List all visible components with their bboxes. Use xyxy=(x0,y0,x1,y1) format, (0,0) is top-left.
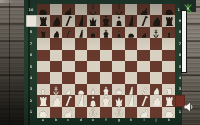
square-e8[interactable] xyxy=(87,27,100,38)
square-a5[interactable] xyxy=(37,61,50,72)
file-label-j: j xyxy=(153,118,159,121)
square-k7[interactable] xyxy=(162,38,175,49)
square-h8[interactable] xyxy=(125,27,138,38)
square-h9[interactable] xyxy=(125,15,138,26)
square-i7[interactable] xyxy=(137,38,150,49)
piece-black-knight[interactable] xyxy=(50,14,61,27)
file-label-f: f xyxy=(103,118,109,121)
piece-white-elephant[interactable] xyxy=(163,105,174,118)
square-f7[interactable] xyxy=(100,38,113,49)
square-b8[interactable] xyxy=(50,27,63,38)
file-label-c: c xyxy=(65,118,71,121)
square-c8[interactable] xyxy=(62,27,75,38)
tamerlane-board: 11233445566778891010abcdefghijk xyxy=(24,0,182,125)
piece-white-knight[interactable] xyxy=(151,94,162,107)
rank-label-right-1: 1 xyxy=(177,110,183,113)
piece-black-king[interactable] xyxy=(100,14,111,27)
square-f1[interactable] xyxy=(100,107,113,118)
square-g8[interactable] xyxy=(112,27,125,38)
square-f9[interactable] xyxy=(100,15,113,26)
piece-white-war-engine[interactable] xyxy=(113,105,124,118)
square-j1[interactable] xyxy=(150,107,163,118)
piece-black-picket[interactable] xyxy=(63,14,74,27)
rank-label-left-3: 3 xyxy=(28,88,34,91)
file-label-k: k xyxy=(166,118,172,121)
square-i5[interactable] xyxy=(137,61,150,72)
rank-label-left-8: 8 xyxy=(28,31,34,34)
square-j7[interactable] xyxy=(150,38,163,49)
square-i6[interactable] xyxy=(137,50,150,61)
square-h1[interactable] xyxy=(125,107,138,118)
screen-artifact xyxy=(0,0,13,3)
piece-black-giraffe[interactable] xyxy=(126,14,137,27)
square-a7[interactable] xyxy=(37,38,50,49)
piece-black-picket[interactable] xyxy=(138,14,149,27)
file-label-d: d xyxy=(78,118,84,121)
square-h7[interactable] xyxy=(125,38,138,49)
piece-white-knight[interactable] xyxy=(50,94,61,107)
square-d9[interactable] xyxy=(75,15,88,26)
piece-black-rook[interactable] xyxy=(38,14,49,27)
square-b6[interactable] xyxy=(50,50,63,61)
square-g4[interactable] xyxy=(112,72,125,83)
piece-white-giraffe[interactable] xyxy=(75,94,86,107)
square-h2[interactable] xyxy=(125,95,138,106)
square-a8[interactable] xyxy=(37,27,50,38)
square-b9[interactable] xyxy=(50,15,63,26)
square-k9[interactable] xyxy=(162,15,175,26)
square-d6[interactable] xyxy=(75,50,88,61)
square-c6[interactable] xyxy=(62,50,75,61)
square-f4[interactable] xyxy=(100,72,113,83)
rank-label-left-5: 5 xyxy=(28,65,34,68)
square-i1[interactable] xyxy=(137,107,150,118)
square-k6[interactable] xyxy=(162,50,175,61)
square-a1[interactable] xyxy=(37,107,50,118)
piece-black-knight[interactable] xyxy=(151,14,162,27)
square-j5[interactable] xyxy=(150,61,163,72)
square-k1[interactable] xyxy=(162,107,175,118)
square-f5[interactable] xyxy=(100,61,113,72)
rank-label-left-10: 10 xyxy=(28,8,34,11)
square-b2[interactable] xyxy=(50,95,63,106)
rank-label-right-3: 3 xyxy=(177,88,183,91)
square-d5[interactable] xyxy=(75,61,88,72)
piece-white-camel[interactable] xyxy=(138,105,149,118)
piece-black-pawn-of-giraffes[interactable] xyxy=(77,29,86,38)
square-h6[interactable] xyxy=(125,50,138,61)
square-d4[interactable] xyxy=(75,72,88,83)
piece-black-vizier[interactable] xyxy=(88,14,99,27)
square-b7[interactable] xyxy=(50,38,63,49)
square-c1[interactable] xyxy=(62,107,75,118)
square-b1[interactable] xyxy=(50,107,63,118)
square-j4[interactable] xyxy=(150,72,163,83)
piece-black-rook[interactable] xyxy=(163,14,174,27)
piece-black-general[interactable] xyxy=(113,14,124,27)
square-g7[interactable] xyxy=(112,38,125,49)
piece-black-pawn-of-pawns[interactable] xyxy=(164,29,173,38)
rank-label-left-1: 1 xyxy=(28,110,34,113)
square-f2[interactable] xyxy=(100,95,113,106)
square-h4[interactable] xyxy=(125,72,138,83)
square-j9[interactable] xyxy=(150,15,163,26)
square-k4[interactable] xyxy=(162,72,175,83)
file-label-g: g xyxy=(116,118,122,121)
square-g5[interactable] xyxy=(112,61,125,72)
square-j8[interactable] xyxy=(150,27,163,38)
square-a4[interactable] xyxy=(37,72,50,83)
square-k8[interactable] xyxy=(162,27,175,38)
rank-label-left-7: 7 xyxy=(28,42,34,45)
square-d7[interactable] xyxy=(75,38,88,49)
piece-black-pawn-of-pickets[interactable] xyxy=(64,29,73,38)
piece-black-pawn-of-war-engines[interactable] xyxy=(152,29,161,38)
wood-shadow xyxy=(0,0,26,125)
piece-white-elephant[interactable] xyxy=(38,105,49,118)
board-scrollbar[interactable] xyxy=(181,10,187,73)
square-h5[interactable] xyxy=(125,61,138,72)
file-label-b: b xyxy=(53,118,59,121)
square-e5[interactable] xyxy=(87,61,100,72)
square-d2[interactable] xyxy=(75,95,88,106)
square-f8[interactable] xyxy=(100,27,113,38)
file-label-h: h xyxy=(128,118,134,121)
piece-black-pawn-of-camels[interactable] xyxy=(139,29,148,38)
square-j2[interactable] xyxy=(150,95,163,106)
square-b4[interactable] xyxy=(50,72,63,83)
piece-white-camel[interactable] xyxy=(63,105,74,118)
square-a9[interactable] xyxy=(37,15,50,26)
square-g6[interactable] xyxy=(112,50,125,61)
square-a6[interactable] xyxy=(37,50,50,61)
square-e9[interactable] xyxy=(87,15,100,26)
square-j6[interactable] xyxy=(150,50,163,61)
square-b5[interactable] xyxy=(50,61,63,72)
square-d8[interactable] xyxy=(75,27,88,38)
piece-black-pawn-of-generals[interactable] xyxy=(114,29,123,38)
square-d1[interactable] xyxy=(75,107,88,118)
square-e4[interactable] xyxy=(87,72,100,83)
citadel-square-left-rank9[interactable] xyxy=(26,15,38,26)
square-e1[interactable] xyxy=(87,107,100,118)
tamerlane-chess-window: 11233445566778891010abcdefghijk xyxy=(0,0,200,125)
square-e7[interactable] xyxy=(87,38,100,49)
wood-plank-seam xyxy=(9,0,10,125)
piece-white-giraffe[interactable] xyxy=(126,94,137,107)
square-f6[interactable] xyxy=(100,50,113,61)
rank-label-left-2: 2 xyxy=(28,99,34,102)
square-c5[interactable] xyxy=(62,61,75,72)
square-c9[interactable] xyxy=(62,15,75,26)
file-label-e: e xyxy=(91,118,97,121)
board-grid xyxy=(37,4,175,118)
piece-white-war-engine[interactable] xyxy=(88,105,99,118)
rank-label-left-6: 6 xyxy=(28,53,34,56)
piece-black-pawn-of-kings[interactable] xyxy=(102,29,111,38)
square-c7[interactable] xyxy=(62,38,75,49)
square-i8[interactable] xyxy=(137,27,150,38)
rank-label-left-4: 4 xyxy=(28,76,34,79)
file-label-a: a xyxy=(40,118,46,121)
square-i9[interactable] xyxy=(137,15,150,26)
sound-toggle-button[interactable] xyxy=(184,102,194,112)
square-e6[interactable] xyxy=(87,50,100,61)
piece-black-pawn-of-elephants[interactable] xyxy=(127,29,136,38)
square-g1[interactable] xyxy=(112,107,125,118)
piece-black-pawn-of-knights[interactable] xyxy=(52,29,61,38)
square-i4[interactable] xyxy=(137,72,150,83)
rank-label-right-4: 4 xyxy=(177,76,183,79)
piece-white-king[interactable] xyxy=(100,94,111,107)
piece-black-pawn-of-viziers[interactable] xyxy=(89,29,98,38)
piece-black-pawn-of-rooks[interactable] xyxy=(39,29,48,38)
file-label-i: i xyxy=(141,118,147,121)
square-k5[interactable] xyxy=(162,61,175,72)
square-g9[interactable] xyxy=(112,15,125,26)
square-c4[interactable] xyxy=(62,72,75,83)
piece-black-giraffe[interactable] xyxy=(75,14,86,27)
